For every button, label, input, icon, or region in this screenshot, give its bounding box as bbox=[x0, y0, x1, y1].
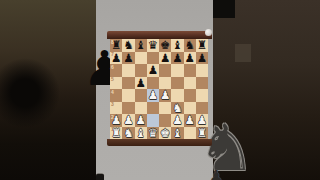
white-pawn[interactable]: ♟ bbox=[184, 114, 194, 127]
square-a5[interactable]: 5 bbox=[110, 77, 122, 90]
square-d2[interactable] bbox=[147, 114, 159, 127]
square-d5[interactable] bbox=[147, 77, 159, 90]
white-bishop[interactable]: ♝ bbox=[172, 127, 182, 140]
background-dark-patch bbox=[213, 0, 235, 18]
square-f2[interactable]: ♟ bbox=[171, 114, 183, 127]
square-e4[interactable]: ♟ bbox=[159, 89, 171, 102]
white-pawn[interactable]: ♟ bbox=[197, 114, 207, 127]
square-h1[interactable]: ♜ bbox=[196, 127, 208, 140]
square-g6[interactable] bbox=[184, 64, 196, 77]
white-knight[interactable]: ♞ bbox=[123, 127, 133, 140]
square-e1[interactable]: ♚ bbox=[159, 127, 171, 140]
square-a3[interactable]: 3 bbox=[110, 102, 122, 115]
square-c4[interactable] bbox=[135, 89, 147, 102]
black-bishop[interactable]: ♝ bbox=[172, 39, 182, 52]
square-d1[interactable]: ♛ bbox=[147, 127, 159, 140]
black-bishop[interactable]: ♝ bbox=[135, 39, 145, 52]
square-b3[interactable] bbox=[122, 102, 134, 115]
square-h2[interactable]: ♟ bbox=[196, 114, 208, 127]
white-pawn[interactable]: ♟ bbox=[160, 89, 170, 102]
black-pawn[interactable]: ♟ bbox=[197, 52, 207, 65]
square-b8[interactable]: ♞ bbox=[122, 39, 134, 52]
rank-label-1: 1 bbox=[111, 126, 114, 132]
white-knight[interactable]: ♞ bbox=[172, 102, 182, 115]
board-frame-top bbox=[107, 31, 212, 39]
black-pawn[interactable]: ♟ bbox=[135, 77, 145, 90]
rank-label-8: 8 bbox=[111, 39, 114, 45]
black-rook[interactable]: ♜ bbox=[197, 39, 207, 52]
rank-label-7: 7 bbox=[111, 51, 114, 57]
square-g8[interactable]: ♞ bbox=[184, 39, 196, 52]
black-pawn[interactable]: ♟ bbox=[123, 52, 133, 65]
corner-dot-icon bbox=[205, 29, 212, 36]
square-c5[interactable]: ♟ bbox=[135, 77, 147, 90]
square-b7[interactable]: ♟ bbox=[122, 52, 134, 65]
square-h7[interactable]: ♟ bbox=[196, 52, 208, 65]
rank-label-6: 6 bbox=[111, 64, 114, 70]
square-f6[interactable] bbox=[171, 64, 183, 77]
black-queen[interactable]: ♛ bbox=[148, 39, 158, 52]
rank-label-2: 2 bbox=[111, 114, 114, 120]
square-e8[interactable]: ♚ bbox=[159, 39, 171, 52]
square-a4[interactable]: 4 bbox=[110, 89, 122, 102]
white-queen[interactable]: ♛ bbox=[148, 127, 158, 140]
rank-label-5: 5 bbox=[111, 76, 114, 82]
white-pawn[interactable]: ♟ bbox=[172, 114, 182, 127]
black-pawn[interactable]: ♟ bbox=[184, 52, 194, 65]
white-bishop[interactable]: ♝ bbox=[135, 127, 145, 140]
left-letterbox-bar bbox=[0, 0, 96, 180]
chess-board: 8♜♞♝♛♚♝♞♜7♟♟♟♟♟♟6♟5♟4♟♟3♞2♟♟♟♟♟♟1♜♞♝♛♚♝♜ bbox=[107, 31, 212, 146]
black-rook[interactable]: ♜ bbox=[111, 39, 121, 52]
square-e6[interactable] bbox=[159, 64, 171, 77]
board-frame-bottom bbox=[107, 139, 212, 146]
square-h8[interactable]: ♜ bbox=[196, 39, 208, 52]
square-a1[interactable]: 1♜ bbox=[110, 127, 122, 140]
square-g3[interactable] bbox=[184, 102, 196, 115]
square-g2[interactable]: ♟ bbox=[184, 114, 196, 127]
square-h6[interactable] bbox=[196, 64, 208, 77]
square-b1[interactable]: ♞ bbox=[122, 127, 134, 140]
square-a7[interactable]: 7♟ bbox=[110, 52, 122, 65]
square-f8[interactable]: ♝ bbox=[171, 39, 183, 52]
white-king[interactable]: ♚ bbox=[160, 127, 170, 140]
white-rook[interactable]: ♜ bbox=[197, 127, 207, 140]
square-b4[interactable] bbox=[122, 89, 134, 102]
square-b5[interactable] bbox=[122, 77, 134, 90]
square-a2[interactable]: 2♟ bbox=[110, 114, 122, 127]
square-c8[interactable]: ♝ bbox=[135, 39, 147, 52]
square-d4[interactable]: ♟ bbox=[147, 89, 159, 102]
square-g1[interactable] bbox=[184, 127, 196, 140]
square-b2[interactable]: ♟ bbox=[122, 114, 134, 127]
white-pawn[interactable]: ♟ bbox=[111, 114, 121, 127]
background-blur-blob bbox=[0, 58, 60, 128]
square-a8[interactable]: 8♜ bbox=[110, 39, 122, 52]
square-g5[interactable] bbox=[184, 77, 196, 90]
square-h4[interactable] bbox=[196, 89, 208, 102]
square-d3[interactable] bbox=[147, 102, 159, 115]
rank-label-4: 4 bbox=[111, 89, 114, 95]
square-h3[interactable] bbox=[196, 102, 208, 115]
square-f4[interactable] bbox=[171, 89, 183, 102]
black-pawn[interactable]: ♟ bbox=[172, 52, 182, 65]
rank-label-3: 3 bbox=[111, 101, 114, 107]
black-pawn[interactable]: ♟ bbox=[160, 52, 170, 65]
black-pawn[interactable]: ♟ bbox=[148, 64, 158, 77]
square-f1[interactable]: ♝ bbox=[171, 127, 183, 140]
square-h5[interactable] bbox=[196, 77, 208, 90]
right-letterbox-bar bbox=[213, 0, 320, 180]
square-f5[interactable] bbox=[171, 77, 183, 90]
square-c3[interactable] bbox=[135, 102, 147, 115]
square-c1[interactable]: ♝ bbox=[135, 127, 147, 140]
square-d6[interactable]: ♟ bbox=[147, 64, 159, 77]
white-pawn[interactable]: ♟ bbox=[135, 114, 145, 127]
square-g4[interactable] bbox=[184, 89, 196, 102]
white-pawn[interactable]: ♟ bbox=[148, 89, 158, 102]
background-light-patch bbox=[235, 44, 251, 62]
black-knight[interactable]: ♞ bbox=[184, 39, 194, 52]
square-c6[interactable] bbox=[135, 64, 147, 77]
square-f3[interactable]: ♞ bbox=[171, 102, 183, 115]
square-b6[interactable] bbox=[122, 64, 134, 77]
square-f7[interactable]: ♟ bbox=[171, 52, 183, 65]
square-d8[interactable]: ♛ bbox=[147, 39, 159, 52]
square-e2[interactable] bbox=[159, 114, 171, 127]
square-e5[interactable] bbox=[159, 77, 171, 90]
square-c2[interactable]: ♟ bbox=[135, 114, 147, 127]
white-pawn[interactable]: ♟ bbox=[123, 114, 133, 127]
square-g7[interactable]: ♟ bbox=[184, 52, 196, 65]
white-rook[interactable]: ♜ bbox=[111, 127, 121, 140]
black-pawn[interactable]: ♟ bbox=[111, 52, 121, 65]
square-e7[interactable]: ♟ bbox=[159, 52, 171, 65]
black-king[interactable]: ♚ bbox=[160, 39, 170, 52]
board-grid: 8♜♞♝♛♚♝♞♜7♟♟♟♟♟♟6♟5♟4♟♟3♞2♟♟♟♟♟♟1♜♞♝♛♚♝♜ bbox=[110, 39, 208, 139]
square-c7[interactable] bbox=[135, 52, 147, 65]
square-e3[interactable] bbox=[159, 102, 171, 115]
black-knight[interactable]: ♞ bbox=[123, 39, 133, 52]
square-d7[interactable] bbox=[147, 52, 159, 65]
square-a6[interactable]: 6 bbox=[110, 64, 122, 77]
